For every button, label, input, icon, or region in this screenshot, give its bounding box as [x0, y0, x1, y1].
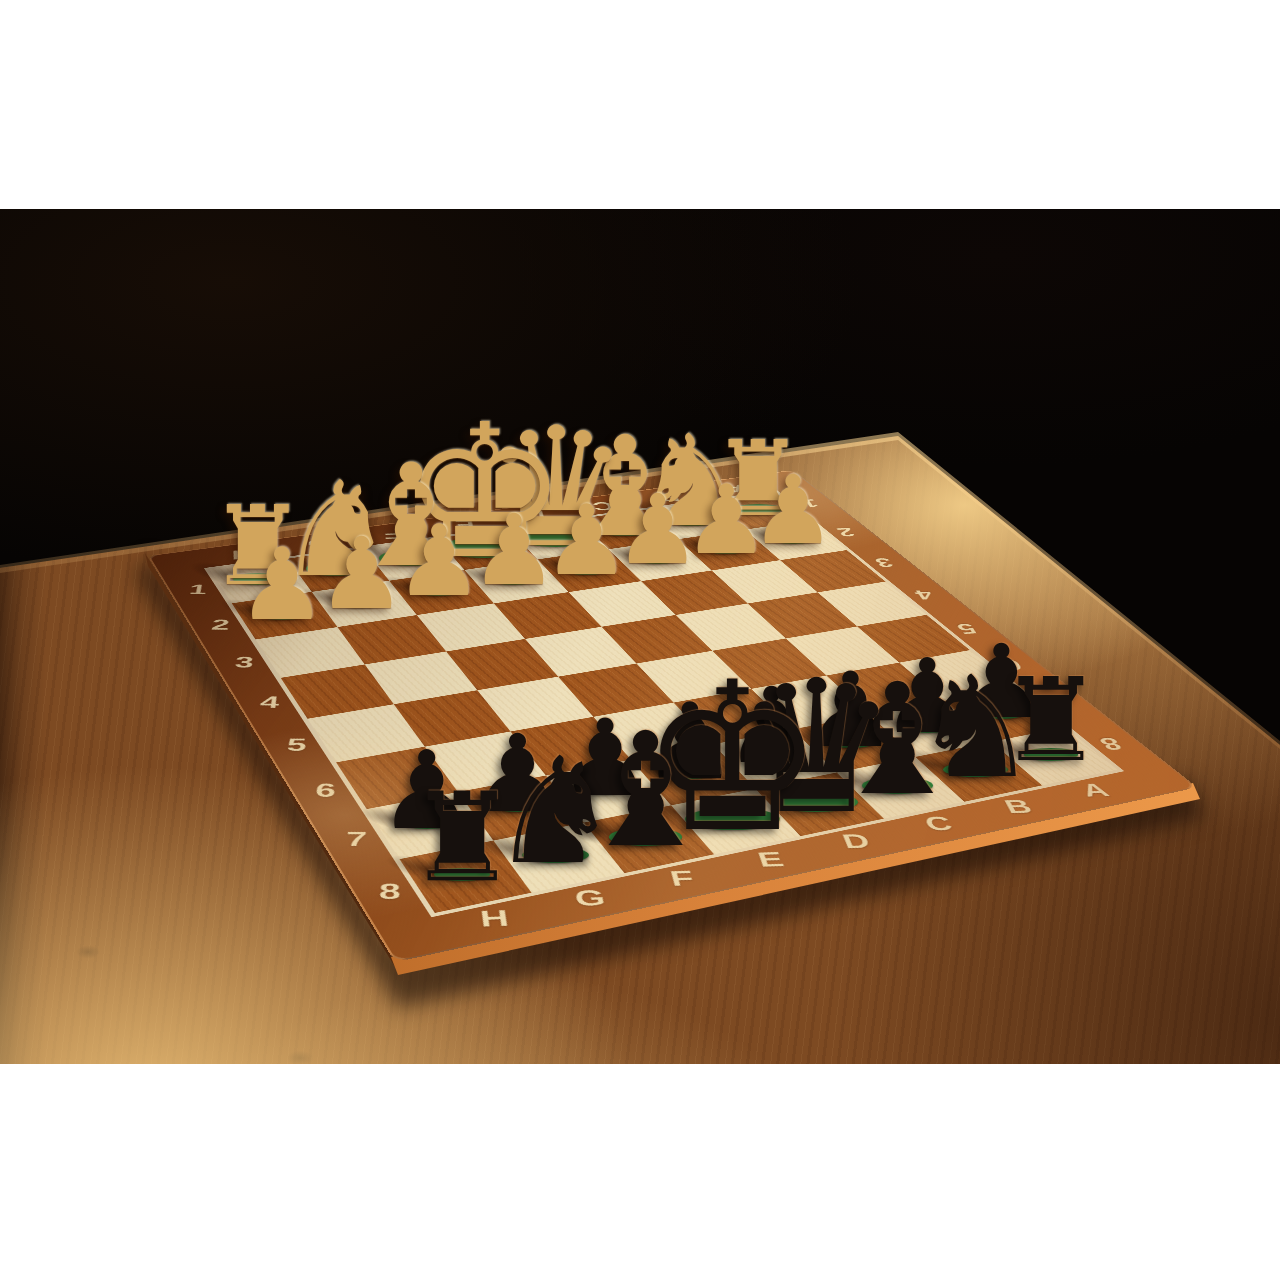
rook-glyph: ♜ — [407, 777, 517, 900]
pawn-glyph: ♟ — [395, 513, 483, 611]
pawn-glyph: ♟ — [317, 524, 406, 623]
pieces-layer: ♜♞♝♛♚♝♞♜♟♟♟♟♟♟♟♟♟♟♟♟♟♟♟♟♜♞♝♛♚♝♞♜ — [0, 209, 1280, 1064]
product-photo-page: 1122334455667788HHGGFFEEDDCCBBAA ♜♞♝♛♚♝♞… — [0, 0, 1280, 1280]
scene-world: 1122334455667788HHGGFFEEDDCCBBAA ♜♞♝♛♚♝♞… — [0, 209, 1280, 1064]
pawn-glyph: ♟ — [237, 535, 326, 635]
chess-scene-photo: 1122334455667788HHGGFFEEDDCCBBAA ♜♞♝♛♚♝♞… — [0, 209, 1280, 1064]
pawn-glyph: ♟ — [470, 502, 557, 600]
